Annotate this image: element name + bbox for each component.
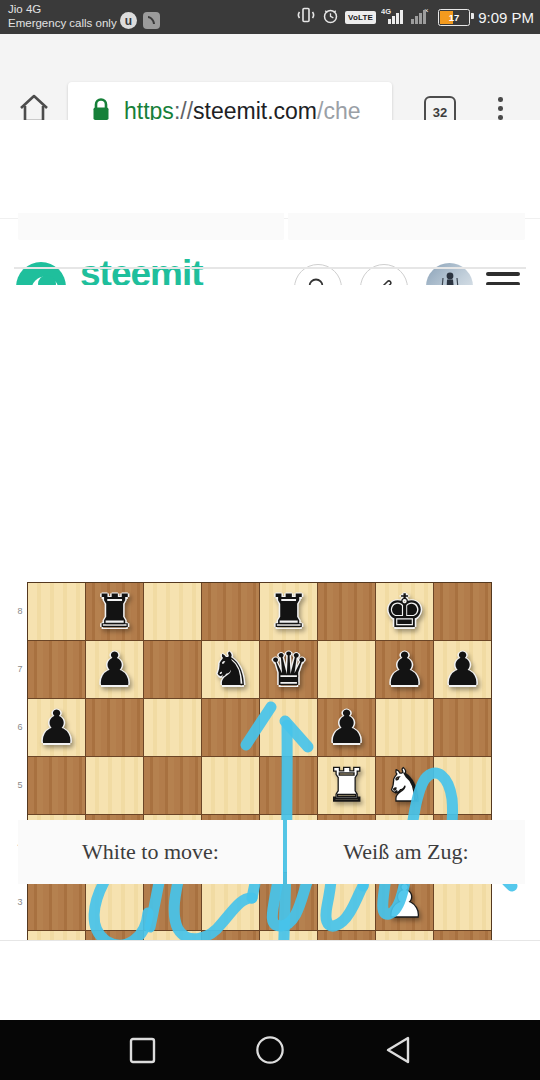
utorrent-icon: u xyxy=(120,12,137,29)
square-e7[interactable]: ♛ xyxy=(260,641,317,698)
black-king-g8[interactable]: ♚ xyxy=(384,583,425,640)
square-f8[interactable] xyxy=(318,583,375,640)
svg-text:4G: 4G xyxy=(381,7,391,16)
rank-label-7: 7 xyxy=(14,640,26,698)
square-b7[interactable]: ♟ xyxy=(86,641,143,698)
vibrate-icon xyxy=(296,5,316,29)
square-b5[interactable] xyxy=(86,757,143,814)
square-d5[interactable] xyxy=(202,757,259,814)
white-knight-g5[interactable]: ♞ xyxy=(384,757,425,814)
square-c7[interactable] xyxy=(144,641,201,698)
square-a7[interactable] xyxy=(28,641,85,698)
square-b6[interactable] xyxy=(86,699,143,756)
home-nav-button[interactable] xyxy=(255,1035,285,1065)
emergency-calls-label: Emergency calls only xyxy=(8,16,117,30)
square-h6[interactable] xyxy=(434,699,491,756)
signal-primary-icon: 4G xyxy=(381,6,406,29)
black-pawn-g7[interactable]: ♟ xyxy=(384,641,425,698)
square-f5[interactable]: ♜ xyxy=(318,757,375,814)
site-header: steemit beta xyxy=(0,120,540,219)
browser-menu-button[interactable] xyxy=(498,97,503,120)
square-h5[interactable] xyxy=(434,757,491,814)
android-nav-bar xyxy=(0,1020,540,1080)
square-g5[interactable]: ♞ xyxy=(376,757,433,814)
square-d6[interactable] xyxy=(202,699,259,756)
square-b8[interactable]: ♜ xyxy=(86,583,143,640)
square-a6[interactable]: ♟ xyxy=(28,699,85,756)
square-h8[interactable] xyxy=(434,583,491,640)
black-pawn-b7[interactable]: ♟ xyxy=(94,641,135,698)
square-d8[interactable] xyxy=(202,583,259,640)
weiss-am-zug-label: Weiß am Zug: xyxy=(343,839,468,865)
translate-bar: G 文 GERMAN ENGLISH ✕ xyxy=(0,940,540,1021)
square-g6[interactable] xyxy=(376,699,433,756)
status-bar: Jio 4G Emergency calls only u VoLTE 4G × xyxy=(0,0,540,34)
square-f7[interactable] xyxy=(318,641,375,698)
caption-english-cell: White to move: xyxy=(18,820,283,884)
black-knight-d7[interactable]: ♞ xyxy=(210,641,251,698)
square-c6[interactable] xyxy=(144,699,201,756)
clock-label: 9:09 PM xyxy=(478,9,534,26)
black-rook-e8[interactable]: ♜ xyxy=(268,583,309,640)
rank-label-8: 8 xyxy=(14,582,26,640)
battery-icon: 17 xyxy=(438,9,470,26)
carrier-label: Jio 4G xyxy=(8,2,117,16)
black-rook-b8[interactable]: ♜ xyxy=(94,583,135,640)
square-e6[interactable] xyxy=(260,699,317,756)
black-queen-e7[interactable]: ♛ xyxy=(268,641,309,698)
square-h7[interactable]: ♟ xyxy=(434,641,491,698)
square-c5[interactable] xyxy=(144,757,201,814)
rank-label-5: 5 xyxy=(14,756,26,814)
back-button[interactable] xyxy=(383,1035,413,1065)
white-to-move-label: White to move: xyxy=(82,839,219,865)
square-d7[interactable]: ♞ xyxy=(202,641,259,698)
black-pawn-a6[interactable]: ♟ xyxy=(36,699,77,756)
battery-percent: 17 xyxy=(439,10,469,25)
black-pawn-h7[interactable]: ♟ xyxy=(442,641,483,698)
previous-table-cell-right xyxy=(288,213,525,240)
chess-diagram: 87654321 ♜♜♚♟♞♛♟♟♟♟♜♞♟♛♟♟♟♟♝♚ abcdefgh xyxy=(0,285,540,790)
tab-count: 32 xyxy=(433,105,447,120)
square-a8[interactable] xyxy=(28,583,85,640)
browser-toolbar: https://steemit.com/che 32 xyxy=(0,34,540,121)
square-g7[interactable]: ♟ xyxy=(376,641,433,698)
alarm-icon xyxy=(321,6,340,29)
ongoing-call-icon xyxy=(143,12,160,29)
section-divider xyxy=(14,267,526,269)
square-f6[interactable]: ♟ xyxy=(318,699,375,756)
white-rook-f5[interactable]: ♜ xyxy=(326,757,367,814)
rank-label-6: 6 xyxy=(14,698,26,756)
square-g8[interactable]: ♚ xyxy=(376,583,433,640)
square-e8[interactable]: ♜ xyxy=(260,583,317,640)
square-e5[interactable] xyxy=(260,757,317,814)
signal-secondary-icon: × xyxy=(411,6,433,29)
square-c8[interactable] xyxy=(144,583,201,640)
black-pawn-f6[interactable]: ♟ xyxy=(326,699,367,756)
recent-apps-button[interactable] xyxy=(127,1035,157,1065)
previous-table-cell-left xyxy=(18,213,284,240)
square-a5[interactable] xyxy=(28,757,85,814)
phone-screen: Jio 4G Emergency calls only u VoLTE 4G × xyxy=(0,0,540,1080)
volte-badge: VoLTE xyxy=(345,11,376,24)
caption-german-cell: Weiß am Zug: xyxy=(287,820,525,884)
